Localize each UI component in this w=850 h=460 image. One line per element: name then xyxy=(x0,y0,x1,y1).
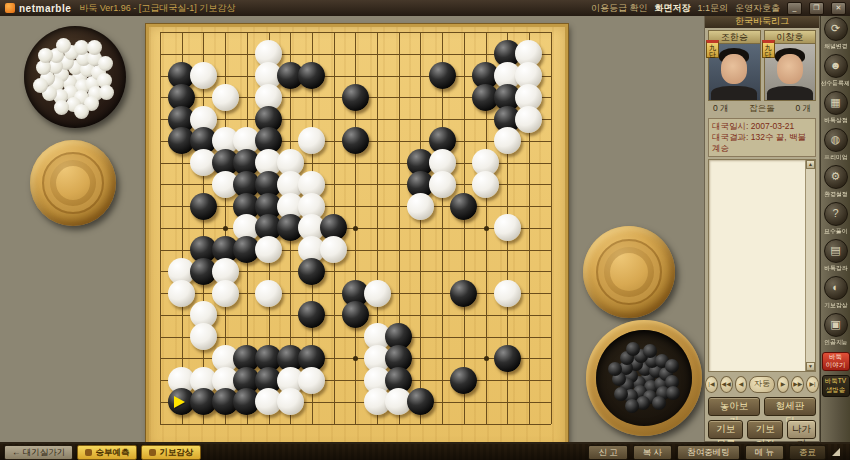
nav-last[interactable]: ▶| xyxy=(806,376,819,393)
black-stone xyxy=(190,193,217,220)
player-register-icon[interactable]: ☻ xyxy=(824,54,848,78)
white-stone xyxy=(494,127,521,154)
gibo-tab-button[interactable]: 기보감상 xyxy=(141,445,201,460)
rail-item[interactable]: ◍프리미엄 xyxy=(823,128,849,162)
rail-item-label: 묘수풀이 xyxy=(824,227,847,235)
event-title: 한국바둑리그 xyxy=(705,15,819,28)
rail-item[interactable]: ▦바둑상점 xyxy=(823,91,849,125)
rail-item[interactable]: ⟳채널변경 xyxy=(823,17,849,51)
bowl-stone xyxy=(38,48,53,63)
white-stone xyxy=(190,62,217,89)
gibo-list-button[interactable]: 기보목록 xyxy=(708,420,743,439)
exit-button[interactable]: 종료 xyxy=(789,445,826,460)
black-stone xyxy=(298,62,325,89)
event-badge[interactable]: 바둑이야기 xyxy=(822,352,850,371)
star-point xyxy=(353,226,358,231)
nav-first[interactable]: |◀ xyxy=(705,376,718,393)
bowl-stone xyxy=(99,85,114,100)
black-stones-bowl xyxy=(586,320,702,436)
black-stone xyxy=(342,301,369,328)
game-result: 대국결과: 132수 끝, 백불계승 xyxy=(712,132,812,154)
bowl-stone xyxy=(666,386,680,400)
gibo-tab-icon xyxy=(149,449,156,456)
bowl-stone xyxy=(33,78,48,93)
nav-prev[interactable]: ◀ xyxy=(735,376,748,393)
black-stone xyxy=(450,193,477,220)
menu-rating-check[interactable]: 이용등급 확인 xyxy=(591,2,648,15)
game-info-box: 대국일시: 2007-03-21 대국결과: 132수 끝, 백불계승 xyxy=(708,118,816,157)
game-date: 대국일시: 2007-03-21 xyxy=(712,121,812,132)
white-stone xyxy=(407,193,434,220)
side-icon-rail: ⟳채널변경☻선수등록제▦바둑상점◍프리미엄⚙환경설정?묘수풀이▤바둑강좌◐기보감… xyxy=(820,14,850,442)
menu-call-admin[interactable]: 운영자호출 xyxy=(735,2,780,15)
baduk-tv-button[interactable]: 바둑TV생방송 xyxy=(822,375,850,397)
settings-icon[interactable]: ⚙ xyxy=(824,165,848,189)
report-button[interactable]: 신 고 xyxy=(588,445,627,460)
titlebar-menu: 이용등급 확인 화면저장 1:1문의 운영자호출 _ ❐ ✕ xyxy=(591,2,850,15)
bowl-stone xyxy=(614,387,628,401)
star-point xyxy=(484,226,489,231)
puzzle-icon[interactable]: ? xyxy=(824,202,848,226)
rank-badge-white: 九단 xyxy=(762,40,775,58)
rail-item[interactable]: ☻선수등록제 xyxy=(819,54,850,88)
rail-item-label: 바둑강좌 xyxy=(824,264,847,272)
try-moves-button[interactable]: 놓아보기 xyxy=(708,397,760,416)
bowl-stone xyxy=(665,359,679,373)
captures-white: 0 개 xyxy=(795,103,811,115)
rail-item-label: 프리미엄 xyxy=(824,153,847,161)
white-stone xyxy=(429,171,456,198)
leave-button[interactable]: 나가기 xyxy=(787,420,816,439)
rail-item-label: 바둑상점 xyxy=(824,116,847,124)
resize-grip[interactable] xyxy=(832,448,840,456)
chat-scrollbar[interactable]: ▲ ▼ xyxy=(805,160,815,371)
rail-item[interactable]: ◐기보감상 xyxy=(823,276,849,310)
scroll-down-icon[interactable]: ▼ xyxy=(806,362,815,371)
menu-button[interactable]: 메 뉴 xyxy=(745,445,784,460)
shop-icon[interactable]: ▦ xyxy=(824,91,848,115)
bowl-stone xyxy=(54,100,69,115)
bottom-bar-right: 신 고 복 사 참여중베팅 메 뉴 종료 xyxy=(583,445,850,460)
black-stone xyxy=(298,258,325,285)
black-stone xyxy=(298,301,325,328)
menu-inquiry[interactable]: 1:1문의 xyxy=(697,2,728,15)
white-stone xyxy=(255,236,282,263)
player-card-black: 九단 조한승 xyxy=(708,30,761,101)
prediction-icon xyxy=(85,449,92,456)
gibo-view-icon[interactable]: ◐ xyxy=(824,276,848,300)
lecture-icon[interactable]: ▤ xyxy=(824,239,848,263)
bowl-lid-right xyxy=(583,226,675,318)
black-stone xyxy=(450,367,477,394)
bowl-stone xyxy=(74,104,89,119)
nav-next[interactable]: ▶ xyxy=(777,376,790,393)
waiting-room-button[interactable]: ← 대기실가기 xyxy=(4,445,73,460)
white-stone xyxy=(212,280,239,307)
star-point xyxy=(484,356,489,361)
nav-rewind[interactable]: ◀◀ xyxy=(720,376,733,393)
rail-item-label: 인공지능 xyxy=(824,338,847,346)
scroll-up-icon[interactable]: ▲ xyxy=(806,160,815,169)
nav-auto[interactable]: 자동 xyxy=(749,376,774,393)
white-stone xyxy=(212,84,239,111)
restore-button[interactable]: ❐ xyxy=(809,2,824,15)
grid-line xyxy=(464,32,465,424)
black-stone xyxy=(342,127,369,154)
prediction-button[interactable]: 승부예측 xyxy=(77,445,137,460)
grid-line xyxy=(160,424,551,425)
premium-icon[interactable]: ◍ xyxy=(824,128,848,152)
bowl-stone xyxy=(625,399,639,413)
last-move-marker xyxy=(174,396,185,408)
rail-item-label: 환경설정 xyxy=(824,190,847,198)
action-row-1: 놓아보기 형세판단 xyxy=(705,395,819,418)
brand-name: netmarble xyxy=(19,3,71,14)
white-stone xyxy=(494,280,521,307)
bowl-stone xyxy=(56,38,71,53)
bowl-stone xyxy=(98,56,113,71)
white-stones-bowl xyxy=(24,26,126,128)
netmarble-logo-icon xyxy=(5,3,15,13)
captures-black: 0 개 xyxy=(713,103,729,115)
white-stone xyxy=(515,106,542,133)
bowl-lid-left xyxy=(30,140,116,226)
go-board[interactable] xyxy=(146,24,568,451)
rail-item[interactable]: ▤바둑강좌 xyxy=(823,239,849,273)
betting-button[interactable]: 참여중베팅 xyxy=(677,445,740,460)
menu-screen-save[interactable]: 화면저장 xyxy=(654,2,690,15)
close-button[interactable]: ✕ xyxy=(831,2,846,15)
white-stone xyxy=(298,127,325,154)
rail-item[interactable]: ▣인공지능 xyxy=(823,313,849,347)
white-stone xyxy=(190,323,217,350)
white-stone xyxy=(298,367,325,394)
black-stone xyxy=(407,388,434,415)
bowl-stone xyxy=(652,396,666,410)
grid-line xyxy=(160,337,551,338)
white-stone xyxy=(255,280,282,307)
minimize-button[interactable]: _ xyxy=(787,2,802,15)
white-stone xyxy=(277,388,304,415)
window-title: 바둑 Ver1.96 - [고급대국실-1] 기보감상 xyxy=(79,2,235,15)
replay-controls: |◀◀◀◀자동▶▶▶▶| xyxy=(705,374,819,395)
star-point xyxy=(353,356,358,361)
grid-line xyxy=(420,32,421,424)
ai-icon[interactable]: ▣ xyxy=(824,313,848,337)
channel-change-icon[interactable]: ⟳ xyxy=(824,17,848,41)
black-stone xyxy=(494,345,521,372)
white-stone xyxy=(494,214,521,241)
score-estimate-button[interactable]: 형세판단 xyxy=(764,397,816,416)
chat-log-box[interactable]: ▲ ▼ xyxy=(708,159,816,372)
white-stone xyxy=(472,171,499,198)
captures-label: 잡은돌 xyxy=(749,103,775,115)
title-bar: netmarble 바둑 Ver1.96 - [고급대국실-1] 기보감상 이용… xyxy=(0,0,850,16)
grid-line xyxy=(551,32,552,424)
black-stone xyxy=(429,62,456,89)
white-stone xyxy=(364,280,391,307)
game-info-panel: 한국바둑리그 九단 조한승 九단 이창호 0 개 잡은돌 0 개 대국일시: 2… xyxy=(704,14,820,442)
star-point xyxy=(223,226,228,231)
captures-row: 0 개 잡은돌 0 개 xyxy=(705,101,819,116)
player-card-white: 九단 이창호 xyxy=(764,30,817,101)
white-stone xyxy=(168,280,195,307)
grid-line xyxy=(442,32,443,424)
copy-button[interactable]: 복 사 xyxy=(633,445,672,460)
black-stone xyxy=(342,84,369,111)
rail-item-label: 기보감상 xyxy=(824,301,847,309)
rail-item-label: 채널변경 xyxy=(824,42,847,50)
bottom-bar: ← 대기실가기 승부예측 기보감상 신 고 복 사 참여중베팅 메 뉴 종료 xyxy=(0,442,850,460)
rail-item-label: 선수등록제 xyxy=(821,79,850,87)
gibo-save-button[interactable]: 기보저장 xyxy=(747,420,782,439)
black-stone xyxy=(450,280,477,307)
player-cards: 九단 조한승 九단 이창호 xyxy=(705,28,819,101)
action-row-2: 기보목록 기보저장 나가기 xyxy=(705,418,819,441)
rail-item[interactable]: ?묘수풀이 xyxy=(823,202,849,236)
nav-forward[interactable]: ▶▶ xyxy=(791,376,804,393)
rank-badge-black: 九단 xyxy=(706,40,719,58)
netmarble-baduk-window: { "window": { "brand": "netmarble", "tit… xyxy=(0,0,850,460)
white-stone xyxy=(320,236,347,263)
rail-item[interactable]: ⚙환경설정 xyxy=(823,165,849,199)
